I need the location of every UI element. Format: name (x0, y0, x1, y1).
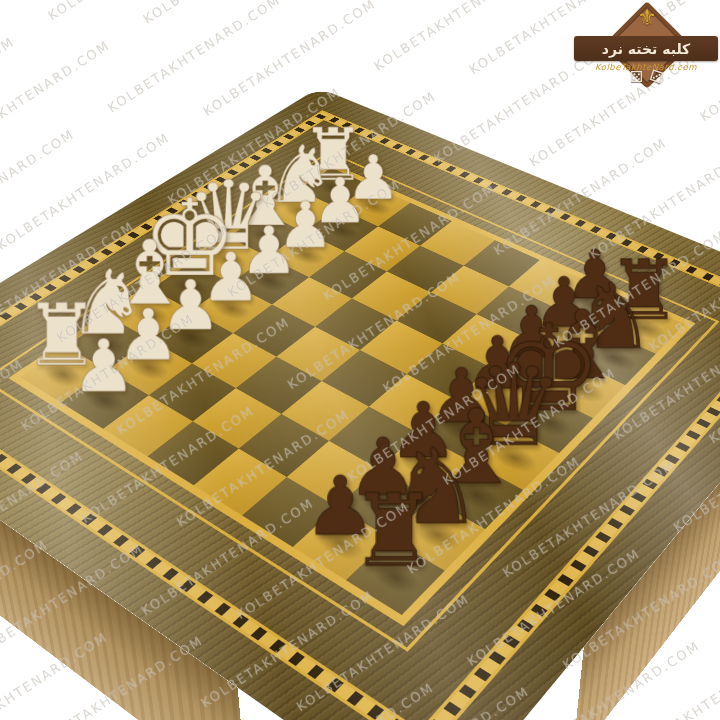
board-3d: ♜♟♟♜♞♟♟♞♝♟♟♝♛♟♟♚♚♟♟♛♝♟♟♝♞♟♟♞♜♟♟♜ (0, 88, 720, 720)
product-photo: ♜♟♟♜♞♟♟♞♝♟♟♝♛♟♟♚♚♟♟♛♝♟♟♝♞♟♟♞♜♟♟♜ KOLBETA… (0, 0, 720, 720)
black-rook: ♜ (349, 485, 439, 577)
white-pawn: ♟ (70, 333, 135, 400)
chess-scene: ♜♟♟♜♞♟♟♞♝♟♟♝♛♟♟♚♚♟♟♛♝♟♟♝♞♟♟♞♜♟♟♜ (0, 0, 720, 720)
brand-name-persian: کلبه تخته نرد (574, 36, 718, 61)
logo-emblem-icon: ⚜ (637, 5, 657, 30)
brand-logo: ⚜ کلبه تخته نرد KolbeTakhteNard.com ⚄ ⚂ (574, 0, 718, 98)
dice-icon: ⚄ ⚂ (630, 68, 664, 86)
